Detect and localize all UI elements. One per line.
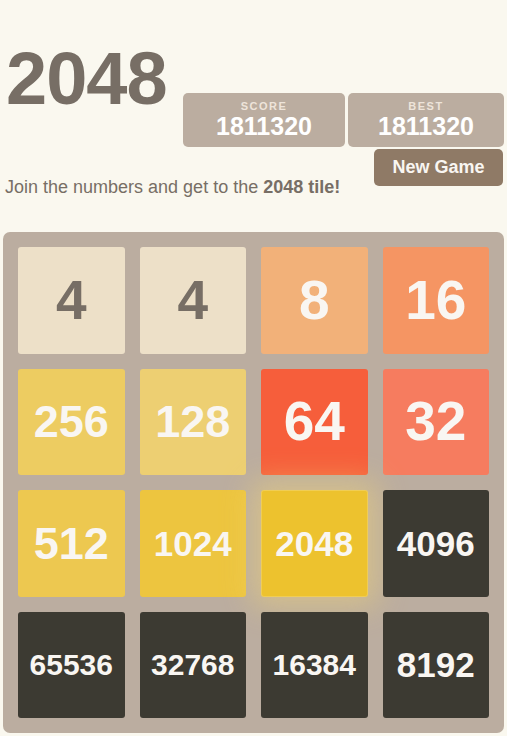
intro-text: Join the numbers and get to the 2048 til… xyxy=(5,176,340,198)
intro-text-prefix: Join the numbers and get to the xyxy=(5,177,263,197)
best-value: 1811320 xyxy=(378,113,474,141)
game-board: 4481625612864325121024204840966553632768… xyxy=(3,232,504,733)
score-label: SCORE xyxy=(241,100,288,113)
tile-4: 4 xyxy=(140,247,247,354)
scoreboard: SCORE 1811320 BEST 1811320 xyxy=(183,93,504,147)
tile-128: 128 xyxy=(140,369,247,476)
tile-16384: 16384 xyxy=(261,612,368,719)
best-label: BEST xyxy=(408,100,443,113)
tile-4096: 4096 xyxy=(383,490,490,597)
tile-16: 16 xyxy=(383,247,490,354)
intro-text-goal: 2048 tile! xyxy=(263,177,340,197)
tile-64: 64 xyxy=(261,369,368,476)
tile-32768: 32768 xyxy=(140,612,247,719)
tile-1024: 1024 xyxy=(140,490,247,597)
new-game-button[interactable]: New Game xyxy=(374,149,503,186)
best-box: BEST 1811320 xyxy=(348,93,504,147)
tile-512: 512 xyxy=(18,490,125,597)
tile-8192: 8192 xyxy=(383,612,490,719)
tile-2048: 2048 xyxy=(261,490,368,597)
game-page: 2048 SCORE 1811320 BEST 1811320 Join the… xyxy=(0,0,507,736)
tile-8: 8 xyxy=(261,247,368,354)
tile-32: 32 xyxy=(383,369,490,476)
tile-65536: 65536 xyxy=(18,612,125,719)
score-box: SCORE 1811320 xyxy=(183,93,345,147)
tile-4: 4 xyxy=(18,247,125,354)
score-value: 1811320 xyxy=(216,113,312,141)
tile-256: 256 xyxy=(18,369,125,476)
page-title: 2048 xyxy=(6,42,167,116)
